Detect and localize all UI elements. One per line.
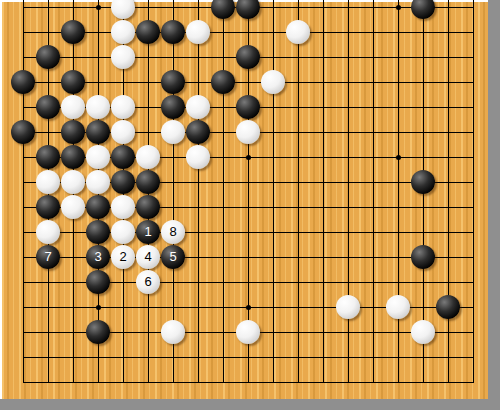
black-stone <box>161 70 185 94</box>
white-stone <box>186 20 210 44</box>
move-number-label: 3 <box>94 245 101 269</box>
white-stone <box>111 20 135 44</box>
move-number-label: 4 <box>144 245 151 269</box>
move-number-label: 6 <box>144 270 151 294</box>
black-stone <box>86 270 110 294</box>
white-stone <box>86 170 110 194</box>
white-stone <box>111 45 135 69</box>
white-stone <box>86 145 110 169</box>
black-stone <box>111 170 135 194</box>
black-stone <box>86 220 110 244</box>
white-stone <box>186 145 210 169</box>
white-stone <box>111 220 135 244</box>
black-stone-move-3: 3 <box>86 245 110 269</box>
black-stone <box>86 120 110 144</box>
white-stone <box>61 170 85 194</box>
white-stone <box>236 320 260 344</box>
black-stone <box>36 195 60 219</box>
white-stone <box>61 95 85 119</box>
white-stone <box>111 95 135 119</box>
go-board[interactable]: 18732456 <box>0 0 500 410</box>
white-stone <box>161 320 185 344</box>
black-stone <box>236 45 260 69</box>
white-stone <box>286 20 310 44</box>
move-number-label: 8 <box>169 220 176 244</box>
white-stone <box>36 220 60 244</box>
black-stone <box>161 20 185 44</box>
star-point <box>246 155 251 160</box>
black-stone <box>36 145 60 169</box>
white-stone-move-6: 6 <box>136 270 160 294</box>
white-stone <box>336 295 360 319</box>
white-stone <box>61 195 85 219</box>
black-stone <box>411 245 435 269</box>
white-stone <box>236 120 260 144</box>
black-stone <box>161 95 185 119</box>
black-stone <box>61 70 85 94</box>
white-stone <box>136 145 160 169</box>
white-stone <box>386 295 410 319</box>
black-stone <box>111 145 135 169</box>
black-stone <box>36 95 60 119</box>
white-stone <box>161 120 185 144</box>
black-stone <box>136 20 160 44</box>
star-point <box>246 305 251 310</box>
white-stone-move-4: 4 <box>136 245 160 269</box>
go-app-window: 18732456 <box>0 0 500 410</box>
move-number-label: 2 <box>119 245 126 269</box>
black-stone <box>436 295 460 319</box>
black-stone <box>136 170 160 194</box>
white-stone <box>86 95 110 119</box>
star-point <box>96 5 101 10</box>
star-point <box>396 155 401 160</box>
black-stone <box>11 70 35 94</box>
black-stone-move-7: 7 <box>36 245 60 269</box>
black-stone <box>86 195 110 219</box>
white-stone <box>186 95 210 119</box>
white-stone <box>36 170 60 194</box>
white-stone <box>111 195 135 219</box>
black-stone <box>136 195 160 219</box>
white-stone-move-8: 8 <box>161 220 185 244</box>
black-stone <box>11 120 35 144</box>
black-stone-move-1: 1 <box>136 220 160 244</box>
black-stone <box>186 120 210 144</box>
black-stone <box>61 145 85 169</box>
black-stone <box>86 320 110 344</box>
move-number-label: 1 <box>144 220 151 244</box>
white-stone <box>111 120 135 144</box>
white-stone <box>261 70 285 94</box>
star-point <box>396 5 401 10</box>
black-stone <box>36 45 60 69</box>
black-stone <box>211 70 235 94</box>
black-stone <box>61 20 85 44</box>
white-stone <box>411 320 435 344</box>
black-stone <box>411 170 435 194</box>
black-stone-move-5: 5 <box>161 245 185 269</box>
move-number-label: 5 <box>169 245 176 269</box>
star-point <box>96 305 101 310</box>
white-stone-move-2: 2 <box>111 245 135 269</box>
move-number-label: 7 <box>44 245 51 269</box>
black-stone <box>236 95 260 119</box>
black-stone <box>61 120 85 144</box>
